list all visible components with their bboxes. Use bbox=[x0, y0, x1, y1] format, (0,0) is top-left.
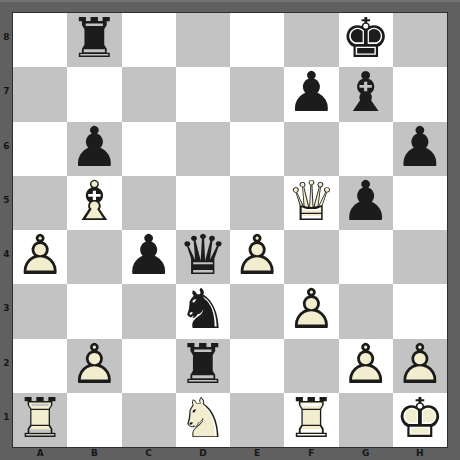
square-d4[interactable]: ♛ bbox=[176, 230, 230, 284]
bishop-glyph: ♝ bbox=[341, 65, 390, 120]
white-knight-piece[interactable]: ♞♘ bbox=[176, 393, 230, 447]
king-glyph-outline: ♔ bbox=[395, 391, 444, 446]
square-a5[interactable] bbox=[13, 176, 67, 230]
square-g3[interactable] bbox=[339, 284, 393, 338]
square-c5[interactable] bbox=[122, 176, 176, 230]
square-e5[interactable] bbox=[230, 176, 284, 230]
square-g1[interactable] bbox=[339, 393, 393, 447]
pawn-glyph: ♟ bbox=[70, 119, 119, 174]
rook-glyph-outline: ♖ bbox=[15, 391, 64, 446]
black-queen-piece[interactable]: ♛ bbox=[176, 230, 230, 284]
rank-label-3: 3 bbox=[0, 303, 13, 313]
rank-label-1: 1 bbox=[0, 412, 13, 422]
square-d1[interactable]: ♞♘ bbox=[176, 393, 230, 447]
square-b4[interactable] bbox=[67, 230, 121, 284]
square-d7[interactable] bbox=[176, 67, 230, 121]
pawn-glyph: ♟ bbox=[341, 174, 390, 229]
white-pawn-piece[interactable]: ♟♙ bbox=[67, 339, 121, 393]
square-f4[interactable] bbox=[284, 230, 338, 284]
white-rook-piece[interactable]: ♜♖ bbox=[284, 393, 338, 447]
white-rook-piece[interactable]: ♜♖ bbox=[13, 393, 67, 447]
queen-glyph-outline: ♕ bbox=[287, 174, 336, 229]
square-d8[interactable] bbox=[176, 13, 230, 67]
square-b8[interactable]: ♜ bbox=[67, 13, 121, 67]
square-f3[interactable]: ♟♙ bbox=[284, 284, 338, 338]
square-e4[interactable]: ♟♙ bbox=[230, 230, 284, 284]
file-label-b: B bbox=[87, 448, 101, 458]
square-g6[interactable] bbox=[339, 122, 393, 176]
black-knight-piece[interactable]: ♞ bbox=[176, 284, 230, 338]
pawn-glyph-outline: ♙ bbox=[15, 228, 64, 283]
pawn-glyph: ♟ bbox=[287, 65, 336, 120]
square-h4[interactable] bbox=[393, 230, 447, 284]
file-label-f: F bbox=[304, 448, 318, 458]
square-f2[interactable] bbox=[284, 339, 338, 393]
square-a7[interactable] bbox=[13, 67, 67, 121]
black-pawn-piece[interactable]: ♟ bbox=[122, 230, 176, 284]
square-g7[interactable]: ♝ bbox=[339, 67, 393, 121]
square-b2[interactable]: ♟♙ bbox=[67, 339, 121, 393]
white-bishop-piece[interactable]: ♝♗ bbox=[67, 176, 121, 230]
square-h5[interactable] bbox=[393, 176, 447, 230]
pawn-glyph-outline: ♙ bbox=[70, 336, 119, 391]
square-d2[interactable]: ♜ bbox=[176, 339, 230, 393]
white-pawn-piece[interactable]: ♟♙ bbox=[284, 284, 338, 338]
white-pawn-piece[interactable]: ♟♙ bbox=[13, 230, 67, 284]
square-h3[interactable] bbox=[393, 284, 447, 338]
pawn-glyph-outline: ♙ bbox=[287, 282, 336, 337]
square-c3[interactable] bbox=[122, 284, 176, 338]
square-c7[interactable] bbox=[122, 67, 176, 121]
pawn-glyph-outline: ♙ bbox=[232, 228, 281, 283]
file-label-c: C bbox=[142, 448, 156, 458]
black-pawn-piece[interactable]: ♟ bbox=[393, 122, 447, 176]
knight-glyph-outline: ♘ bbox=[178, 391, 227, 446]
square-e1[interactable] bbox=[230, 393, 284, 447]
square-g5[interactable]: ♟ bbox=[339, 176, 393, 230]
square-b5[interactable]: ♝♗ bbox=[67, 176, 121, 230]
rank-label-7: 7 bbox=[0, 86, 13, 96]
black-rook-piece[interactable]: ♜ bbox=[176, 339, 230, 393]
black-king-piece[interactable]: ♚ bbox=[339, 13, 393, 67]
white-pawn-piece[interactable]: ♟♙ bbox=[339, 339, 393, 393]
square-g2[interactable]: ♟♙ bbox=[339, 339, 393, 393]
square-b6[interactable]: ♟ bbox=[67, 122, 121, 176]
black-bishop-piece[interactable]: ♝ bbox=[339, 67, 393, 121]
chess-app: ♜♚♟♝♟♟♝♗♛♕♟♟♙♟♛♟♙♞♟♙♟♙♜♟♙♟♙♜♖♞♘♜♖♚♔ 8765… bbox=[0, 0, 460, 460]
rook-glyph-outline: ♖ bbox=[287, 391, 336, 446]
square-f5[interactable]: ♛♕ bbox=[284, 176, 338, 230]
square-a4[interactable]: ♟♙ bbox=[13, 230, 67, 284]
white-king-piece[interactable]: ♚♔ bbox=[393, 393, 447, 447]
square-a2[interactable] bbox=[13, 339, 67, 393]
square-a6[interactable] bbox=[13, 122, 67, 176]
file-label-d: D bbox=[196, 448, 210, 458]
rook-glyph: ♜ bbox=[178, 336, 227, 391]
square-e6[interactable] bbox=[230, 122, 284, 176]
file-label-e: E bbox=[250, 448, 264, 458]
black-rook-piece[interactable]: ♜ bbox=[67, 13, 121, 67]
square-c4[interactable]: ♟ bbox=[122, 230, 176, 284]
square-b3[interactable] bbox=[67, 284, 121, 338]
pawn-glyph: ♟ bbox=[124, 228, 173, 283]
rank-label-4: 4 bbox=[0, 249, 13, 259]
square-f7[interactable]: ♟ bbox=[284, 67, 338, 121]
square-h8[interactable] bbox=[393, 13, 447, 67]
square-a1[interactable]: ♜♖ bbox=[13, 393, 67, 447]
square-f8[interactable] bbox=[284, 13, 338, 67]
rank-label-2: 2 bbox=[0, 358, 13, 368]
black-pawn-piece[interactable]: ♟ bbox=[67, 122, 121, 176]
square-g8[interactable]: ♚ bbox=[339, 13, 393, 67]
rank-label-6: 6 bbox=[0, 141, 13, 151]
square-h2[interactable]: ♟♙ bbox=[393, 339, 447, 393]
square-c6[interactable] bbox=[122, 122, 176, 176]
king-glyph: ♚ bbox=[341, 11, 390, 66]
square-c2[interactable] bbox=[122, 339, 176, 393]
pawn-glyph: ♟ bbox=[395, 119, 444, 174]
square-d5[interactable] bbox=[176, 176, 230, 230]
square-e3[interactable] bbox=[230, 284, 284, 338]
queen-glyph: ♛ bbox=[178, 228, 227, 283]
square-a8[interactable] bbox=[13, 13, 67, 67]
square-e8[interactable] bbox=[230, 13, 284, 67]
square-h6[interactable]: ♟ bbox=[393, 122, 447, 176]
black-pawn-piece[interactable]: ♟ bbox=[339, 176, 393, 230]
black-pawn-piece[interactable]: ♟ bbox=[284, 67, 338, 121]
rook-glyph: ♜ bbox=[70, 11, 119, 66]
square-b7[interactable] bbox=[67, 67, 121, 121]
square-e7[interactable] bbox=[230, 67, 284, 121]
chess-board: ♜♚♟♝♟♟♝♗♛♕♟♟♙♟♛♟♙♞♟♙♟♙♜♟♙♟♙♜♖♞♘♜♖♚♔ bbox=[13, 13, 447, 447]
bishop-glyph-outline: ♗ bbox=[70, 174, 119, 229]
rank-label-8: 8 bbox=[0, 32, 13, 42]
white-queen-piece[interactable]: ♛♕ bbox=[284, 176, 338, 230]
square-f6[interactable] bbox=[284, 122, 338, 176]
square-f1[interactable]: ♜♖ bbox=[284, 393, 338, 447]
square-c8[interactable] bbox=[122, 13, 176, 67]
pawn-glyph-outline: ♙ bbox=[341, 336, 390, 391]
rank-label-5: 5 bbox=[0, 195, 13, 205]
file-label-h: H bbox=[413, 448, 427, 458]
file-label-a: A bbox=[33, 448, 47, 458]
square-h1[interactable]: ♚♔ bbox=[393, 393, 447, 447]
square-b1[interactable] bbox=[67, 393, 121, 447]
square-d3[interactable]: ♞ bbox=[176, 284, 230, 338]
pawn-glyph-outline: ♙ bbox=[395, 336, 444, 391]
white-pawn-piece[interactable]: ♟♙ bbox=[393, 339, 447, 393]
square-g4[interactable] bbox=[339, 230, 393, 284]
file-label-g: G bbox=[359, 448, 373, 458]
square-c1[interactable] bbox=[122, 393, 176, 447]
square-a3[interactable] bbox=[13, 284, 67, 338]
square-d6[interactable] bbox=[176, 122, 230, 176]
square-e2[interactable] bbox=[230, 339, 284, 393]
white-pawn-piece[interactable]: ♟♙ bbox=[230, 230, 284, 284]
square-h7[interactable] bbox=[393, 67, 447, 121]
knight-glyph: ♞ bbox=[178, 282, 227, 337]
